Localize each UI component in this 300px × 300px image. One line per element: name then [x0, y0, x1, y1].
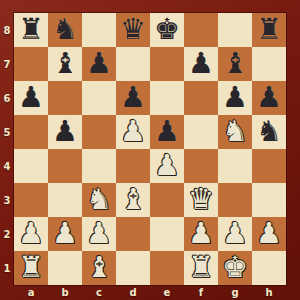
piece-black-queen-d8[interactable]: ♛ — [120, 12, 146, 46]
file-label-a: a — [14, 285, 48, 300]
piece-black-king-e8[interactable]: ♚ — [154, 12, 180, 46]
square-g6[interactable]: ♟ — [218, 81, 252, 115]
square-g7[interactable]: ♝ — [218, 47, 252, 81]
piece-white-bishop-d3[interactable]: ♝ — [120, 182, 146, 216]
chess-board-frame: 87654321 abcdefgh ♜♞♛♚♜♝♟♟♝♟♟♟♟♟♟♟♞♞♟♞♝♛… — [0, 0, 300, 300]
piece-black-pawn-g6[interactable]: ♟ — [222, 80, 248, 114]
square-d5[interactable]: ♟ — [116, 115, 150, 149]
square-f1[interactable]: ♜ — [184, 251, 218, 285]
rank-label-8: 8 — [0, 13, 14, 47]
square-h1[interactable] — [252, 251, 286, 285]
square-h2[interactable]: ♟ — [252, 217, 286, 251]
piece-black-pawn-e5[interactable]: ♟ — [154, 114, 180, 148]
square-f6[interactable] — [184, 81, 218, 115]
square-c5[interactable] — [82, 115, 116, 149]
rank-label-5: 5 — [0, 115, 14, 149]
rank-label-2: 2 — [0, 217, 14, 251]
piece-black-pawn-f7[interactable]: ♟ — [188, 46, 214, 80]
square-b5[interactable]: ♟ — [48, 115, 82, 149]
rank-label-3: 3 — [0, 183, 14, 217]
piece-white-pawn-g2[interactable]: ♟ — [222, 216, 248, 250]
file-label-b: b — [48, 285, 82, 300]
piece-black-pawn-b5[interactable]: ♟ — [52, 114, 78, 148]
piece-black-pawn-c7[interactable]: ♟ — [86, 46, 112, 80]
square-g8[interactable] — [218, 13, 252, 47]
square-c1[interactable]: ♝ — [82, 251, 116, 285]
piece-white-knight-c3[interactable]: ♞ — [86, 182, 112, 216]
chess-board: ♜♞♛♚♜♝♟♟♝♟♟♟♟♟♟♟♞♞♟♞♝♛♟♟♟♟♟♟♜♝♜♚ — [14, 13, 286, 285]
piece-white-pawn-d5[interactable]: ♟ — [120, 114, 146, 148]
piece-black-rook-a8[interactable]: ♜ — [18, 12, 44, 46]
square-a2[interactable]: ♟ — [14, 217, 48, 251]
piece-black-rook-h8[interactable]: ♜ — [256, 12, 282, 46]
square-c7[interactable]: ♟ — [82, 47, 116, 81]
square-e1[interactable] — [150, 251, 184, 285]
square-b2[interactable]: ♟ — [48, 217, 82, 251]
square-d4[interactable] — [116, 149, 150, 183]
square-e7[interactable] — [150, 47, 184, 81]
square-h3[interactable] — [252, 183, 286, 217]
piece-white-pawn-h2[interactable]: ♟ — [256, 216, 282, 250]
square-c3[interactable]: ♞ — [82, 183, 116, 217]
rank-label-7: 7 — [0, 47, 14, 81]
square-d2[interactable] — [116, 217, 150, 251]
piece-white-rook-a1[interactable]: ♜ — [18, 250, 44, 284]
file-label-h: h — [252, 285, 286, 300]
piece-white-pawn-f2[interactable]: ♟ — [188, 216, 214, 250]
file-label-c: c — [82, 285, 116, 300]
square-e8[interactable]: ♚ — [150, 13, 184, 47]
piece-black-bishop-b7[interactable]: ♝ — [52, 46, 78, 80]
square-d7[interactable] — [116, 47, 150, 81]
square-a7[interactable] — [14, 47, 48, 81]
square-a6[interactable]: ♟ — [14, 81, 48, 115]
square-b3[interactable] — [48, 183, 82, 217]
piece-black-pawn-a6[interactable]: ♟ — [18, 80, 44, 114]
piece-black-knight-b8[interactable]: ♞ — [52, 12, 78, 46]
square-g5[interactable]: ♞ — [218, 115, 252, 149]
square-f2[interactable]: ♟ — [184, 217, 218, 251]
piece-black-knight-h5[interactable]: ♞ — [256, 114, 282, 148]
piece-white-pawn-a2[interactable]: ♟ — [18, 216, 44, 250]
file-label-e: e — [150, 285, 184, 300]
file-label-f: f — [184, 285, 218, 300]
square-h7[interactable] — [252, 47, 286, 81]
square-a4[interactable] — [14, 149, 48, 183]
square-h4[interactable] — [252, 149, 286, 183]
square-h8[interactable]: ♜ — [252, 13, 286, 47]
square-e5[interactable]: ♟ — [150, 115, 184, 149]
square-f4[interactable] — [184, 149, 218, 183]
square-b4[interactable] — [48, 149, 82, 183]
piece-white-king-g1[interactable]: ♚ — [222, 250, 248, 284]
square-g4[interactable] — [218, 149, 252, 183]
square-b7[interactable]: ♝ — [48, 47, 82, 81]
square-e4[interactable]: ♟ — [150, 149, 184, 183]
piece-white-bishop-c1[interactable]: ♝ — [86, 250, 112, 284]
square-c2[interactable]: ♟ — [82, 217, 116, 251]
square-a3[interactable] — [14, 183, 48, 217]
square-e6[interactable] — [150, 81, 184, 115]
file-label-d: d — [116, 285, 150, 300]
square-f3[interactable]: ♛ — [184, 183, 218, 217]
piece-black-bishop-g7[interactable]: ♝ — [222, 46, 248, 80]
square-b8[interactable]: ♞ — [48, 13, 82, 47]
rank-label-6: 6 — [0, 81, 14, 115]
square-c4[interactable] — [82, 149, 116, 183]
square-g2[interactable]: ♟ — [218, 217, 252, 251]
piece-black-pawn-h6[interactable]: ♟ — [256, 80, 282, 114]
square-d8[interactable]: ♛ — [116, 13, 150, 47]
square-e2[interactable] — [150, 217, 184, 251]
square-f7[interactable]: ♟ — [184, 47, 218, 81]
square-b6[interactable] — [48, 81, 82, 115]
piece-white-knight-g5[interactable]: ♞ — [222, 114, 248, 148]
square-g1[interactable]: ♚ — [218, 251, 252, 285]
file-label-g: g — [218, 285, 252, 300]
file-labels: abcdefgh — [14, 285, 286, 300]
piece-white-rook-f1[interactable]: ♜ — [188, 250, 214, 284]
square-h6[interactable]: ♟ — [252, 81, 286, 115]
square-d1[interactable] — [116, 251, 150, 285]
square-d3[interactable]: ♝ — [116, 183, 150, 217]
square-d6[interactable]: ♟ — [116, 81, 150, 115]
piece-white-pawn-c2[interactable]: ♟ — [86, 216, 112, 250]
piece-black-pawn-d6[interactable]: ♟ — [120, 80, 146, 114]
square-c8[interactable] — [82, 13, 116, 47]
square-e3[interactable] — [150, 183, 184, 217]
square-f5[interactable] — [184, 115, 218, 149]
rank-label-1: 1 — [0, 251, 14, 285]
piece-white-queen-f3[interactable]: ♛ — [188, 182, 214, 216]
square-a8[interactable]: ♜ — [14, 13, 48, 47]
square-h5[interactable]: ♞ — [252, 115, 286, 149]
piece-white-pawn-b2[interactable]: ♟ — [52, 216, 78, 250]
square-a1[interactable]: ♜ — [14, 251, 48, 285]
square-a5[interactable] — [14, 115, 48, 149]
piece-white-pawn-e4[interactable]: ♟ — [154, 148, 180, 182]
rank-label-4: 4 — [0, 149, 14, 183]
square-b1[interactable] — [48, 251, 82, 285]
square-c6[interactable] — [82, 81, 116, 115]
square-g3[interactable] — [218, 183, 252, 217]
rank-labels: 87654321 — [0, 13, 14, 285]
square-f8[interactable] — [184, 13, 218, 47]
